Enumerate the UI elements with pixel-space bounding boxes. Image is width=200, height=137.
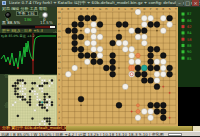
black-stone: [160, 115, 166, 121]
sub-black-stone: [46, 117, 48, 119]
board-row-label: 16: [57, 30, 61, 33]
graph-dot: [17, 67, 19, 69]
maximize-button[interactable]: □: [184, 0, 191, 6]
black-stone: [167, 65, 173, 71]
go-board[interactable]: ABCDEFGHJKLMNOPQRST191817161514131211109…: [57, 7, 178, 126]
sub-black-stone: [24, 82, 26, 84]
sub-white-stone: [39, 88, 41, 90]
black-stone: [141, 71, 147, 77]
sub-white-stone: [36, 85, 38, 87]
white-stone: [97, 34, 103, 40]
black-stone: [154, 46, 160, 52]
sub-white-stone: [48, 101, 50, 103]
sub-black-stone: [17, 115, 19, 117]
white-stone: [167, 21, 173, 27]
sub-white-stone: [44, 123, 46, 125]
board-col-label: R: [162, 7, 164, 11]
suggestion-circle[interactable]: [136, 104, 139, 107]
sub-black-stone: [39, 85, 41, 87]
tree-node[interactable]: [182, 13, 185, 16]
sub-black-stone: [17, 79, 19, 81]
white-stone: [91, 21, 97, 27]
sub-white-stone: [36, 104, 38, 106]
sub-white-stone: [22, 85, 24, 87]
sub-black-stone: [46, 101, 48, 103]
sub-black-stone: [46, 109, 48, 111]
sub-black-stone: [48, 96, 50, 98]
sub-black-stone: [44, 117, 46, 119]
black-stone: [110, 40, 116, 46]
white-stone: [141, 40, 147, 46]
sub-black-stone: [14, 90, 16, 92]
status-bar: 就绪 | B 85.0% | W 15.0% | 目差 +4.2 | 计算 13…: [0, 131, 200, 136]
sub-black-stone: [51, 104, 53, 106]
black-stone: [167, 71, 173, 77]
white-stone: [148, 115, 154, 121]
black-stone: [148, 102, 154, 108]
board-col-label: S: [169, 7, 171, 11]
black-stone: [122, 21, 128, 27]
black-stone: [84, 15, 90, 21]
winrate-bar-red: [35, 26, 50, 28]
white-stone: [135, 34, 141, 40]
black-stone: [148, 21, 154, 27]
white-stone: [91, 40, 97, 46]
white-stone: [129, 71, 135, 77]
black-stone: [160, 53, 166, 59]
window-controls: – □ ×: [176, 0, 199, 6]
sub-black-stone: [41, 85, 43, 87]
tree-node-value: 84: [187, 31, 192, 35]
board-col-label: K: [118, 7, 120, 11]
white-stone: [135, 59, 141, 65]
black-stone: [84, 53, 90, 59]
sub-white-stone: [34, 90, 36, 92]
black-stone: [116, 34, 122, 40]
graph-dot: [32, 59, 34, 61]
board-col-label: T: [174, 7, 177, 11]
sub-white-stone: [48, 85, 50, 87]
sub-white-stone: [19, 85, 21, 87]
sub-white-stone: [31, 90, 33, 92]
sub-black-stone: [14, 88, 16, 90]
white-stone: [160, 71, 166, 77]
white-stone: [141, 34, 147, 40]
black-stone: [141, 28, 147, 34]
suggestion-circle[interactable]: [136, 110, 140, 114]
sub-black-stone: [48, 123, 50, 125]
board-row-label: 13: [57, 48, 61, 51]
sub-black-stone: [48, 120, 50, 122]
graph-title: 胜率 85.0% 目差 +4.2: [1, 34, 35, 38]
tree-node-value: 90: [187, 50, 192, 54]
black-stone: [110, 71, 116, 77]
black-stone: [72, 34, 78, 40]
board-row-label: 19: [57, 11, 61, 14]
board-row-label: 14: [57, 42, 61, 45]
board-col-label: D: [80, 7, 82, 11]
tree-node-value: 86: [187, 19, 192, 23]
black-stone: [141, 77, 147, 83]
white-stone: [148, 109, 154, 115]
sub-white-stone: [24, 88, 26, 90]
board-row-label: 12: [57, 55, 61, 58]
black-stone: [78, 21, 84, 27]
black-stone: [116, 21, 122, 27]
sub-black-stone: [17, 82, 19, 84]
tree-node[interactable]: [182, 50, 185, 53]
sub-black-stone: [22, 98, 24, 100]
sub-white-stone: [34, 93, 36, 95]
sub-white-stone: [44, 120, 46, 122]
sub-black-stone: [14, 85, 16, 87]
black-stone: [72, 21, 78, 27]
white-stone: [116, 40, 122, 46]
black-stone: [78, 96, 84, 102]
black-stone: [135, 71, 141, 77]
sub-white-stone: [41, 79, 43, 81]
white-stone: [148, 15, 154, 21]
tree-node-value: 87: [187, 12, 192, 16]
sub-black-stone: [29, 98, 31, 100]
sub-white-stone: [41, 90, 43, 92]
sub-black-stone: [12, 85, 14, 87]
black-stone: [78, 15, 84, 21]
sub-white-stone: [36, 96, 38, 98]
white-stone: [122, 84, 128, 90]
black-stone: [72, 40, 78, 46]
graph-dot: [9, 63, 11, 65]
sub-black-stone: [31, 117, 33, 119]
sub-white-stone: [41, 120, 43, 122]
board-col-label: E: [86, 7, 88, 11]
sub-white-stone: [44, 79, 46, 81]
white-stone: [91, 46, 97, 52]
sub-white-stone: [14, 101, 16, 103]
sub-white-stone: [22, 93, 24, 95]
sub-white-stone: [46, 104, 48, 106]
black-stone: [148, 77, 154, 83]
tree-node[interactable]: [182, 31, 185, 34]
sub-white-stone: [19, 98, 21, 100]
black-stone: [148, 65, 154, 71]
sub-white-stone: [24, 93, 26, 95]
app-window: Lizzie 0.7.4 (Yzy fork) + KataGo 运行中 + 6…: [0, 0, 200, 136]
white-stone: [154, 59, 160, 65]
sub-white-stone: [22, 88, 24, 90]
sub-white-stone: [12, 104, 14, 106]
black-stone: [110, 59, 116, 65]
window-title: Lizzie 0.7.4 (Yzy fork) + KataGo 运行中 + 6…: [9, 1, 174, 5]
black-stone: [154, 109, 160, 115]
tree-node-value: 85: [187, 57, 192, 61]
black-stone: [148, 46, 154, 52]
board-col-label: J: [111, 7, 113, 11]
sub-black-stone: [34, 82, 36, 84]
sub-white-stone: [22, 90, 24, 92]
tree-node-value: 88: [187, 44, 192, 48]
white-stone: [160, 65, 166, 71]
engine-status-text: 分析 實行中 60b-default_model_b18: [2, 126, 34, 130]
tree-node[interactable]: [182, 25, 185, 28]
sub-white-stone: [48, 79, 50, 81]
white-stone: [160, 15, 166, 21]
suggestion-circle[interactable]: [129, 65, 135, 71]
white-stone: [135, 115, 141, 121]
sub-white-stone: [41, 88, 43, 90]
board-row-label: 10: [57, 67, 61, 70]
sub-black-stone: [46, 93, 48, 95]
sub-black-stone: [22, 79, 24, 81]
white-stone: [84, 59, 90, 65]
variation-sub-board[interactable]: [8, 75, 57, 126]
tree-node[interactable]: [182, 57, 185, 60]
board-row-label: 18: [57, 17, 61, 20]
black-stone: [135, 65, 141, 71]
winrate-bar-white: [50, 26, 55, 28]
sub-black-stone: [46, 82, 48, 84]
black-stone: [91, 53, 97, 59]
black-stone: [135, 28, 141, 34]
move-counter-label: 手数 136: [18, 12, 28, 16]
sub-white-stone: [36, 93, 38, 95]
black-stone: [91, 59, 97, 65]
tree-node-value: 58: [187, 38, 192, 42]
sub-white-stone: [41, 101, 43, 103]
sub-black-stone: [44, 93, 46, 95]
move-number: 136: [24, 18, 32, 22]
sub-white-stone: [51, 82, 53, 84]
sub-black-stone: [44, 107, 46, 109]
sub-white-stone: [39, 123, 41, 125]
sub-black-stone: [41, 107, 43, 109]
sub-black-stone: [39, 101, 41, 103]
black-stone: [65, 28, 71, 34]
sub-black-stone: [29, 104, 31, 106]
sub-black-stone: [41, 104, 43, 106]
white-stone: [122, 46, 128, 52]
sub-white-stone: [34, 109, 36, 111]
sub-black-stone: [44, 96, 46, 98]
white-stone: [160, 59, 166, 65]
black-stone: [160, 109, 166, 115]
winrate-bar-black: [2, 26, 35, 28]
winrate-graph[interactable]: 胜率 85.0% 目差 +4.2: [0, 33, 57, 74]
black-stone: [97, 59, 103, 65]
sub-white-stone: [48, 104, 50, 106]
black-stone: [154, 21, 160, 27]
sub-white-stone: [36, 98, 38, 100]
sub-black-stone: [51, 101, 53, 103]
white-stone: [122, 40, 128, 46]
black-stone: [72, 46, 78, 52]
sub-black-stone: [44, 101, 46, 103]
suggestion-circle[interactable]: [136, 53, 140, 57]
sub-black-stone: [17, 93, 19, 95]
sub-white-stone: [22, 82, 24, 84]
sub-black-stone: [31, 88, 33, 90]
sub-black-stone: [14, 93, 16, 95]
white-stone: [97, 53, 103, 59]
black-stone: [91, 15, 97, 21]
title-bar: Lizzie 0.7.4 (Yzy fork) + KataGo 运行中 + 6…: [0, 0, 200, 7]
sub-white-stone: [46, 98, 48, 100]
sub-black-stone: [48, 117, 50, 119]
white-stone: [84, 40, 90, 46]
black-stone: [116, 102, 122, 108]
black-stone: [154, 102, 160, 108]
black-stone: [97, 21, 103, 27]
sub-black-stone: [14, 82, 16, 84]
sub-black-stone: [22, 96, 24, 98]
sub-white-stone: [46, 107, 48, 109]
sub-black-stone: [19, 79, 21, 81]
sub-black-stone: [29, 90, 31, 92]
white-stone: [141, 21, 147, 27]
white-stone: [160, 28, 166, 34]
black-stone: [78, 46, 84, 52]
white-stone: [135, 9, 141, 15]
board-col-label: G: [99, 7, 101, 11]
sub-black-stone: [46, 120, 48, 122]
sub-white-stone: [48, 98, 50, 100]
white-stone: [65, 71, 71, 77]
black-stone: [160, 102, 166, 108]
tree-node[interactable]: [182, 38, 185, 41]
command-input[interactable]: [168, 133, 182, 137]
white-stone: [141, 109, 147, 115]
white-stone: [84, 28, 90, 34]
sub-white-stone: [24, 96, 26, 98]
black-stone: [110, 53, 116, 59]
sub-black-stone: [44, 98, 46, 100]
white-stone: [129, 53, 135, 59]
black-stone: [154, 65, 160, 71]
sub-black-stone: [19, 96, 21, 98]
sub-black-stone: [39, 104, 41, 106]
board-row-label: 17: [57, 23, 61, 26]
white-stone: [129, 28, 135, 34]
sub-white-stone: [19, 90, 21, 92]
white-stone: [154, 77, 160, 83]
sub-black-stone: [26, 101, 28, 103]
move-counter-box: 手数 136: [16, 11, 38, 16]
sub-black-stone: [44, 82, 46, 84]
black-stone: [72, 28, 78, 34]
sub-black-stone: [51, 79, 53, 81]
white-stone: [154, 71, 160, 77]
black-stone: [103, 65, 109, 71]
sub-black-stone: [17, 96, 19, 98]
white-stone: [129, 59, 135, 65]
black-stone: [78, 53, 84, 59]
white-stone: [141, 15, 147, 21]
white-stone: [97, 46, 103, 52]
minimize-button[interactable]: –: [176, 0, 183, 6]
sub-white-stone: [41, 82, 43, 84]
black-stone: [148, 59, 154, 65]
tree-node[interactable]: [182, 19, 185, 22]
status-bar-text: 就绪 | B 85.0% | W 15.0% | 目差 +4.2 | 计算 13…: [1, 133, 164, 137]
sub-white-stone: [39, 77, 41, 79]
black-stone: [167, 15, 173, 21]
board-row-label: 11: [57, 61, 61, 64]
tree-node-value: 62: [187, 25, 192, 29]
sub-black-stone: [29, 96, 31, 98]
app-icon: [2, 1, 6, 5]
sub-black-stone: [29, 101, 31, 103]
white-stone: [72, 65, 78, 71]
sub-black-stone: [24, 98, 26, 100]
black-stone: [110, 65, 116, 71]
tree-node[interactable]: [182, 44, 185, 47]
board-row-label: 15: [57, 36, 61, 39]
black-stone: [148, 53, 154, 59]
cyan-stone: [141, 65, 147, 71]
variation-tree-panel[interactable]: 8786628458889085: [178, 7, 200, 126]
sub-white-stone: [39, 98, 41, 100]
white-stone: [129, 46, 135, 52]
black-stone: [78, 34, 84, 40]
white-stone: [91, 34, 97, 40]
board-col-label: C: [74, 7, 76, 11]
close-button[interactable]: ×: [192, 0, 199, 6]
sub-black-stone: [31, 82, 33, 84]
board-col-label: B: [67, 7, 69, 11]
sub-black-stone: [17, 88, 19, 90]
black-stone: [154, 84, 160, 90]
board-col-label: H: [105, 7, 107, 11]
left-panel: 对局 编辑 分析 工具 帮助 手数 136 0 136 0 黑 88.5% 11…: [0, 7, 57, 126]
white-stone: [91, 28, 97, 34]
board-col-label: A: [61, 7, 63, 11]
